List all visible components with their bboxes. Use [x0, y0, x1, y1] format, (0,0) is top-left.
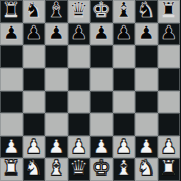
square-g2[interactable]: ♟︎	[135, 136, 158, 159]
square-c7[interactable]: ♟︎	[45, 23, 68, 46]
square-b4[interactable]	[23, 91, 46, 114]
white-pawn-piece[interactable]: ♟︎	[48, 137, 65, 156]
square-c2[interactable]: ♟︎	[45, 136, 68, 159]
chess-board: ♜︎♞︎♝︎♛︎♚︎♝︎♞︎♜︎♟︎♟︎♟︎♟︎♟︎♟︎♟︎♟︎♟︎♟︎♟︎♟︎…	[0, 0, 180, 181]
square-e8[interactable]: ♚︎	[90, 0, 113, 23]
black-knight-piece[interactable]: ♞︎	[137, 0, 156, 21]
square-d2[interactable]: ♟︎	[68, 136, 91, 159]
black-pawn-piece[interactable]: ♟︎	[160, 23, 177, 42]
white-bishop-piece[interactable]: ♝︎	[114, 158, 133, 179]
white-pawn-piece[interactable]: ♟︎	[115, 137, 132, 156]
black-queen-piece[interactable]: ♛︎	[69, 0, 88, 21]
square-e4[interactable]	[90, 91, 113, 114]
white-bishop-piece[interactable]: ♝︎	[47, 158, 66, 179]
square-e1[interactable]: ♚︎	[90, 158, 113, 181]
square-e5[interactable]	[90, 68, 113, 91]
square-h2[interactable]: ♟︎	[158, 136, 181, 159]
square-a7[interactable]: ♟︎	[0, 23, 23, 46]
square-a4[interactable]	[0, 91, 23, 114]
square-c4[interactable]	[45, 91, 68, 114]
white-rook-piece[interactable]: ♜︎	[2, 158, 21, 179]
square-e2[interactable]: ♟︎	[90, 136, 113, 159]
square-b7[interactable]: ♟︎	[23, 23, 46, 46]
square-h3[interactable]	[158, 113, 181, 136]
white-pawn-piece[interactable]: ♟︎	[3, 137, 20, 156]
square-f1[interactable]: ♝︎	[113, 158, 136, 181]
square-e3[interactable]	[90, 113, 113, 136]
square-d8[interactable]: ♛︎	[68, 0, 91, 23]
white-pawn-piece[interactable]: ♟︎	[160, 137, 177, 156]
white-rook-piece[interactable]: ♜︎	[159, 158, 178, 179]
black-pawn-piece[interactable]: ♟︎	[25, 23, 42, 42]
white-king-piece[interactable]: ♚︎	[92, 158, 111, 179]
square-e7[interactable]: ♟︎	[90, 23, 113, 46]
white-pawn-piece[interactable]: ♟︎	[93, 137, 110, 156]
square-a8[interactable]: ♜︎	[0, 0, 23, 23]
square-g4[interactable]	[135, 91, 158, 114]
white-knight-piece[interactable]: ♞︎	[24, 158, 43, 179]
square-c3[interactable]	[45, 113, 68, 136]
white-queen-piece[interactable]: ♛︎	[69, 158, 88, 179]
square-f4[interactable]	[113, 91, 136, 114]
square-a3[interactable]	[0, 113, 23, 136]
black-rook-piece[interactable]: ♜︎	[2, 0, 21, 21]
square-a2[interactable]: ♟︎	[0, 136, 23, 159]
square-h1[interactable]: ♜︎	[158, 158, 181, 181]
square-g7[interactable]: ♟︎	[135, 23, 158, 46]
square-g3[interactable]	[135, 113, 158, 136]
square-f7[interactable]: ♟︎	[113, 23, 136, 46]
white-pawn-piece[interactable]: ♟︎	[25, 137, 42, 156]
square-d7[interactable]: ♟︎	[68, 23, 91, 46]
square-h6[interactable]	[158, 45, 181, 68]
square-b6[interactable]	[23, 45, 46, 68]
black-pawn-piece[interactable]: ♟︎	[138, 23, 155, 42]
square-d5[interactable]	[68, 68, 91, 91]
square-c5[interactable]	[45, 68, 68, 91]
square-d1[interactable]: ♛︎	[68, 158, 91, 181]
square-a1[interactable]: ♜︎	[0, 158, 23, 181]
square-h8[interactable]: ♜︎	[158, 0, 181, 23]
square-b8[interactable]: ♞︎	[23, 0, 46, 23]
white-pawn-piece[interactable]: ♟︎	[138, 137, 155, 156]
square-f2[interactable]: ♟︎	[113, 136, 136, 159]
square-g8[interactable]: ♞︎	[135, 0, 158, 23]
square-h7[interactable]: ♟︎	[158, 23, 181, 46]
black-rook-piece[interactable]: ♜︎	[159, 0, 178, 21]
white-knight-piece[interactable]: ♞︎	[137, 158, 156, 179]
black-pawn-piece[interactable]: ♟︎	[93, 23, 110, 42]
black-king-piece[interactable]: ♚︎	[92, 0, 111, 21]
square-d4[interactable]	[68, 91, 91, 114]
black-knight-piece[interactable]: ♞︎	[24, 0, 43, 21]
square-b5[interactable]	[23, 68, 46, 91]
square-h4[interactable]	[158, 91, 181, 114]
square-c8[interactable]: ♝︎	[45, 0, 68, 23]
square-b2[interactable]: ♟︎	[23, 136, 46, 159]
square-a6[interactable]	[0, 45, 23, 68]
square-f8[interactable]: ♝︎	[113, 0, 136, 23]
square-b1[interactable]: ♞︎	[23, 158, 46, 181]
square-d3[interactable]	[68, 113, 91, 136]
square-e6[interactable]	[90, 45, 113, 68]
square-c6[interactable]	[45, 45, 68, 68]
square-b3[interactable]	[23, 113, 46, 136]
black-pawn-piece[interactable]: ♟︎	[70, 23, 87, 42]
square-a5[interactable]	[0, 68, 23, 91]
black-pawn-piece[interactable]: ♟︎	[115, 23, 132, 42]
black-pawn-piece[interactable]: ♟︎	[48, 23, 65, 42]
square-g5[interactable]	[135, 68, 158, 91]
square-d6[interactable]	[68, 45, 91, 68]
square-f5[interactable]	[113, 68, 136, 91]
square-g1[interactable]: ♞︎	[135, 158, 158, 181]
square-f3[interactable]	[113, 113, 136, 136]
white-pawn-piece[interactable]: ♟︎	[70, 137, 87, 156]
black-bishop-piece[interactable]: ♝︎	[47, 0, 66, 21]
square-c1[interactable]: ♝︎	[45, 158, 68, 181]
square-h5[interactable]	[158, 68, 181, 91]
black-pawn-piece[interactable]: ♟︎	[3, 23, 20, 42]
square-f6[interactable]	[113, 45, 136, 68]
black-bishop-piece[interactable]: ♝︎	[114, 0, 133, 21]
square-g6[interactable]	[135, 45, 158, 68]
